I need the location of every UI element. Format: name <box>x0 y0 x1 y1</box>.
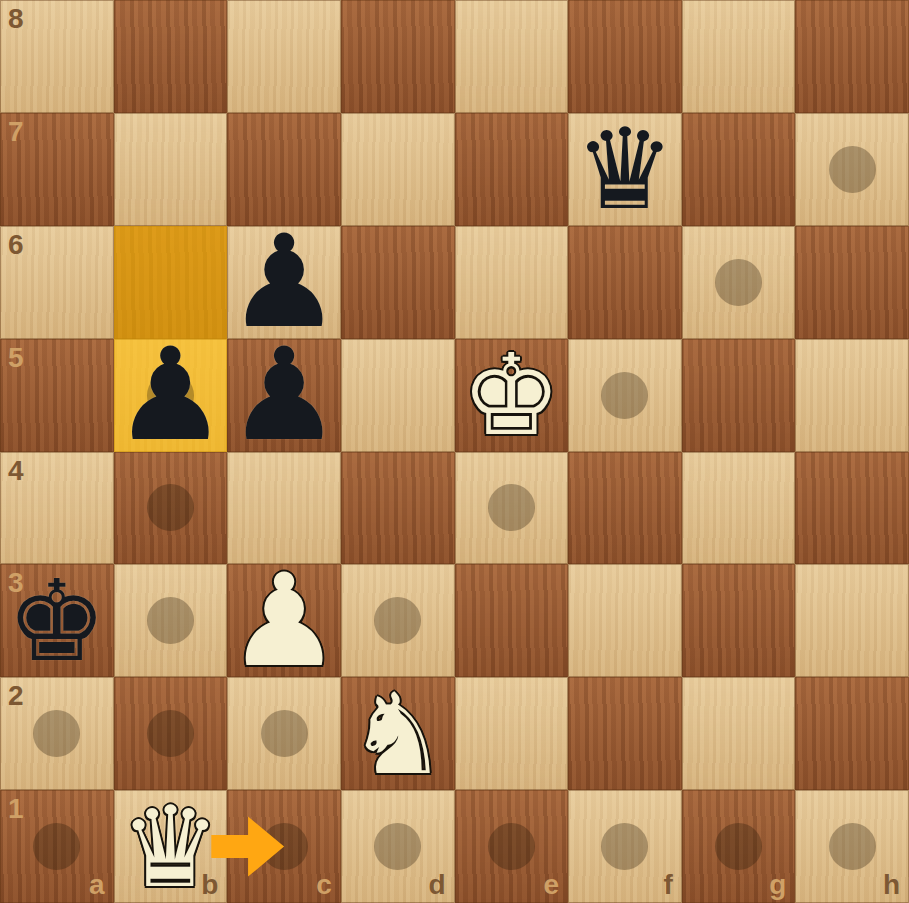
square-d6[interactable] <box>341 226 455 339</box>
chess-app: 87♛6♟5♟♟♚43♚♟2♞1ab♛cdefgh <box>0 0 909 903</box>
square-a3[interactable]: 3♚ <box>0 564 114 677</box>
move-hint-dot-d3[interactable] <box>374 597 421 644</box>
white-pawn-c3[interactable]: ♟ <box>227 564 341 677</box>
square-d4[interactable] <box>341 452 455 565</box>
square-g6[interactable] <box>682 226 796 339</box>
square-h3[interactable] <box>795 564 909 677</box>
square-c5[interactable]: ♟ <box>227 339 341 452</box>
square-e3[interactable] <box>455 564 569 677</box>
square-a6[interactable]: 6 <box>0 226 114 339</box>
square-h1[interactable]: h <box>795 790 909 903</box>
square-g2[interactable] <box>682 677 796 790</box>
square-a5[interactable]: 5 <box>0 339 114 452</box>
square-a4[interactable]: 4 <box>0 452 114 565</box>
square-g1[interactable]: g <box>682 790 796 903</box>
file-label-e: e <box>544 869 560 901</box>
square-b5[interactable]: ♟ <box>114 339 228 452</box>
square-e1[interactable]: e <box>455 790 569 903</box>
square-f5[interactable] <box>568 339 682 452</box>
move-hint-dot-f5[interactable] <box>601 372 648 419</box>
square-f4[interactable] <box>568 452 682 565</box>
move-hint-dot-d1[interactable] <box>374 823 421 870</box>
black-king-a3[interactable]: ♚ <box>0 564 114 677</box>
square-h8[interactable] <box>795 0 909 113</box>
square-d1[interactable]: d <box>341 790 455 903</box>
move-hint-dot-a2[interactable] <box>33 710 80 757</box>
square-g4[interactable] <box>682 452 796 565</box>
square-e2[interactable] <box>455 677 569 790</box>
move-hint-dot-f1[interactable] <box>601 823 648 870</box>
square-a7[interactable]: 7 <box>0 113 114 226</box>
square-f6[interactable] <box>568 226 682 339</box>
square-f1[interactable]: f <box>568 790 682 903</box>
square-g5[interactable] <box>682 339 796 452</box>
square-f3[interactable] <box>568 564 682 677</box>
square-h4[interactable] <box>795 452 909 565</box>
square-c3[interactable]: ♟ <box>227 564 341 677</box>
square-a1[interactable]: 1a <box>0 790 114 903</box>
move-hint-dot-e4[interactable] <box>488 484 535 531</box>
square-b1[interactable]: b♛ <box>114 790 228 903</box>
rank-label-8: 8 <box>8 3 24 35</box>
file-label-c: c <box>316 869 332 901</box>
file-label-a: a <box>89 869 105 901</box>
file-label-d: d <box>428 869 445 901</box>
square-g7[interactable] <box>682 113 796 226</box>
file-label-f: f <box>663 869 672 901</box>
square-b8[interactable] <box>114 0 228 113</box>
square-e7[interactable] <box>455 113 569 226</box>
file-label-g: g <box>769 869 786 901</box>
move-hint-dot-e1[interactable] <box>488 823 535 870</box>
square-d3[interactable] <box>341 564 455 677</box>
black-pawn-b5[interactable]: ♟ <box>114 339 228 452</box>
square-h5[interactable] <box>795 339 909 452</box>
square-f8[interactable] <box>568 0 682 113</box>
rank-label-6: 6 <box>8 229 24 261</box>
square-e6[interactable] <box>455 226 569 339</box>
black-queen-f7[interactable]: ♛ <box>568 113 682 226</box>
move-hint-dot-b3[interactable] <box>147 597 194 644</box>
rank-label-4: 4 <box>8 455 24 487</box>
square-c1[interactable]: c <box>227 790 341 903</box>
rank-label-1: 1 <box>8 793 24 825</box>
move-hint-dot-c1[interactable] <box>261 823 308 870</box>
white-queen-b1[interactable]: ♛ <box>114 790 228 903</box>
square-f7[interactable]: ♛ <box>568 113 682 226</box>
file-label-h: h <box>883 869 900 901</box>
square-e8[interactable] <box>455 0 569 113</box>
square-h2[interactable] <box>795 677 909 790</box>
square-e4[interactable] <box>455 452 569 565</box>
square-a8[interactable]: 8 <box>0 0 114 113</box>
move-hint-dot-b2[interactable] <box>147 710 194 757</box>
square-d2[interactable]: ♞ <box>341 677 455 790</box>
square-a2[interactable]: 2 <box>0 677 114 790</box>
square-c8[interactable] <box>227 0 341 113</box>
square-d8[interactable] <box>341 0 455 113</box>
square-d7[interactable] <box>341 113 455 226</box>
black-pawn-c5[interactable]: ♟ <box>227 339 341 452</box>
move-hint-dot-h7[interactable] <box>829 146 876 193</box>
move-hint-dot-h1[interactable] <box>829 823 876 870</box>
move-hint-dot-g1[interactable] <box>715 823 762 870</box>
move-hint-dot-a1[interactable] <box>33 823 80 870</box>
chess-board: 87♛6♟5♟♟♚43♚♟2♞1ab♛cdefgh <box>0 0 909 903</box>
move-hint-dot-b4[interactable] <box>147 484 194 531</box>
square-h7[interactable] <box>795 113 909 226</box>
move-hint-dot-c2[interactable] <box>261 710 308 757</box>
square-e5[interactable]: ♚ <box>455 339 569 452</box>
square-f2[interactable] <box>568 677 682 790</box>
rank-label-7: 7 <box>8 116 24 148</box>
square-b2[interactable] <box>114 677 228 790</box>
square-b7[interactable] <box>114 113 228 226</box>
white-king-e5[interactable]: ♚ <box>455 339 569 452</box>
white-knight-d2[interactable]: ♞ <box>341 677 455 790</box>
square-h6[interactable] <box>795 226 909 339</box>
move-hint-dot-g6[interactable] <box>715 259 762 306</box>
rank-label-5: 5 <box>8 342 24 374</box>
square-g3[interactable] <box>682 564 796 677</box>
square-g8[interactable] <box>682 0 796 113</box>
square-d5[interactable] <box>341 339 455 452</box>
square-b3[interactable] <box>114 564 228 677</box>
